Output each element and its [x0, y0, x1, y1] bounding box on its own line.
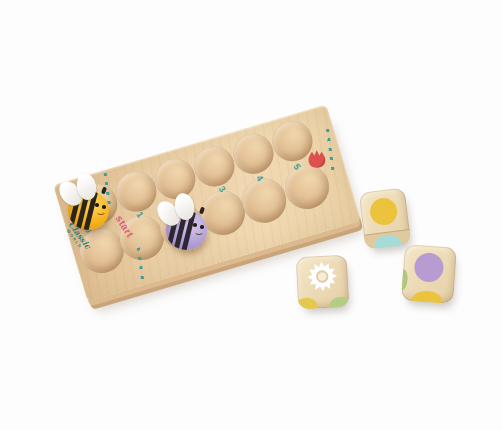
bee-eye	[193, 223, 197, 227]
scene: 0 1 2 3 4 5 start Classic WORLD	[0, 0, 502, 430]
green-side-sliver	[401, 269, 408, 291]
sun-icon	[306, 260, 339, 293]
purple-bee-piece[interactable]	[158, 192, 214, 252]
hole-far-1[interactable]	[111, 167, 161, 217]
bee-smile	[96, 207, 106, 215]
purple-dot-pip	[413, 252, 444, 283]
bee-eye	[95, 203, 99, 207]
bee-antenna	[199, 207, 205, 215]
die-sun[interactable]	[296, 255, 350, 310]
die-purple-yellow[interactable]	[401, 244, 457, 303]
tulip-flower-icon	[304, 146, 329, 171]
yellow-dot-pip	[369, 197, 399, 227]
hole-far-4[interactable]	[229, 129, 279, 179]
hole-far-3[interactable]	[190, 142, 240, 192]
yellow-side-sliver	[296, 297, 318, 309]
bee-smile	[194, 227, 204, 235]
yellow-dot-pip	[412, 290, 443, 304]
yellow-bee-piece[interactable]	[60, 172, 116, 232]
bee-antenna	[101, 187, 107, 195]
die-yellow-blue[interactable]	[359, 187, 412, 249]
green-side-sliver	[329, 296, 349, 309]
hole-near-4[interactable]	[237, 173, 292, 228]
